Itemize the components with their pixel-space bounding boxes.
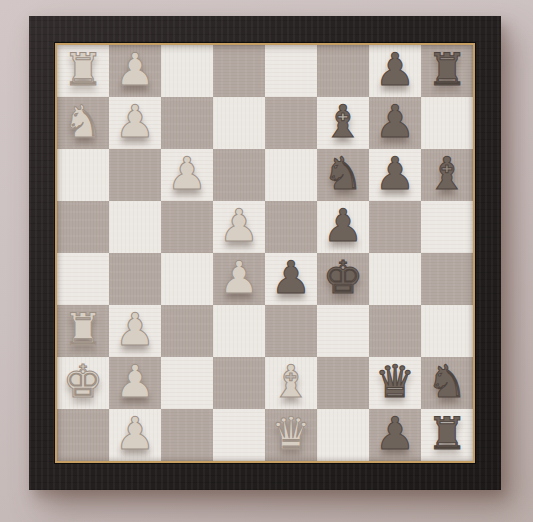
square-a3[interactable] xyxy=(161,45,213,97)
piece-white-pawn[interactable]: ♟ xyxy=(115,359,155,404)
square-a6[interactable] xyxy=(317,45,369,97)
square-b2[interactable]: ♟ xyxy=(109,97,161,149)
square-d3[interactable] xyxy=(161,201,213,253)
square-g6[interactable] xyxy=(317,357,369,409)
brass-trim: ♜♟♟♜♞♟♝♟♟♞♟♝♟♟♟♟♚♜♟♚♟♝♛♞♟♛♟♜ xyxy=(55,43,475,463)
square-g2[interactable]: ♟ xyxy=(109,357,161,409)
square-b8[interactable] xyxy=(421,97,473,149)
piece-black-pawn[interactable]: ♟ xyxy=(271,255,311,300)
square-f4[interactable] xyxy=(213,305,265,357)
piece-white-pawn[interactable]: ♟ xyxy=(167,151,207,196)
board-frame: ♜♟♟♜♞♟♝♟♟♞♟♝♟♟♟♟♚♜♟♚♟♝♛♞♟♛♟♜ xyxy=(29,16,501,490)
square-c7[interactable]: ♟ xyxy=(369,149,421,201)
square-e6[interactable]: ♚ xyxy=(317,253,369,305)
square-b4[interactable] xyxy=(213,97,265,149)
square-h5[interactable]: ♛ xyxy=(265,409,317,461)
square-e5[interactable]: ♟ xyxy=(265,253,317,305)
square-d7[interactable] xyxy=(369,201,421,253)
piece-black-pawn[interactable]: ♟ xyxy=(375,151,415,196)
square-d6[interactable]: ♟ xyxy=(317,201,369,253)
piece-black-pawn[interactable]: ♟ xyxy=(323,203,363,248)
piece-black-king[interactable]: ♚ xyxy=(323,255,363,300)
chess-board[interactable]: ♜♟♟♜♞♟♝♟♟♞♟♝♟♟♟♟♚♜♟♚♟♝♛♞♟♛♟♜ xyxy=(57,45,473,461)
square-f1[interactable]: ♜ xyxy=(57,305,109,357)
piece-black-pawn[interactable]: ♟ xyxy=(375,99,415,144)
square-h2[interactable]: ♟ xyxy=(109,409,161,461)
piece-white-pawn[interactable]: ♟ xyxy=(115,47,155,92)
piece-white-rook[interactable]: ♜ xyxy=(63,47,103,92)
square-d2[interactable] xyxy=(109,201,161,253)
square-b3[interactable] xyxy=(161,97,213,149)
square-c3[interactable]: ♟ xyxy=(161,149,213,201)
square-d4[interactable]: ♟ xyxy=(213,201,265,253)
square-a2[interactable]: ♟ xyxy=(109,45,161,97)
square-a5[interactable] xyxy=(265,45,317,97)
piece-black-pawn[interactable]: ♟ xyxy=(375,411,415,456)
square-c4[interactable] xyxy=(213,149,265,201)
square-e2[interactable] xyxy=(109,253,161,305)
square-a8[interactable]: ♜ xyxy=(421,45,473,97)
piece-white-pawn[interactable]: ♟ xyxy=(115,307,155,352)
square-d5[interactable] xyxy=(265,201,317,253)
piece-black-rook[interactable]: ♜ xyxy=(427,47,467,92)
piece-white-pawn[interactable]: ♟ xyxy=(219,255,259,300)
square-c6[interactable]: ♞ xyxy=(317,149,369,201)
square-c8[interactable]: ♝ xyxy=(421,149,473,201)
square-c5[interactable] xyxy=(265,149,317,201)
square-g1[interactable]: ♚ xyxy=(57,357,109,409)
square-b5[interactable] xyxy=(265,97,317,149)
square-b6[interactable]: ♝ xyxy=(317,97,369,149)
square-h3[interactable] xyxy=(161,409,213,461)
square-h1[interactable] xyxy=(57,409,109,461)
piece-black-bishop[interactable]: ♝ xyxy=(427,151,467,196)
square-f3[interactable] xyxy=(161,305,213,357)
piece-white-knight[interactable]: ♞ xyxy=(63,99,103,144)
square-f2[interactable]: ♟ xyxy=(109,305,161,357)
square-a1[interactable]: ♜ xyxy=(57,45,109,97)
piece-white-pawn[interactable]: ♟ xyxy=(115,411,155,456)
square-b7[interactable]: ♟ xyxy=(369,97,421,149)
square-f6[interactable] xyxy=(317,305,369,357)
square-e8[interactable] xyxy=(421,253,473,305)
square-b1[interactable]: ♞ xyxy=(57,97,109,149)
piece-white-pawn[interactable]: ♟ xyxy=(219,203,259,248)
piece-black-pawn[interactable]: ♟ xyxy=(375,47,415,92)
piece-black-rook[interactable]: ♜ xyxy=(427,411,467,456)
square-f7[interactable] xyxy=(369,305,421,357)
square-e3[interactable] xyxy=(161,253,213,305)
square-g8[interactable]: ♞ xyxy=(421,357,473,409)
square-a4[interactable] xyxy=(213,45,265,97)
square-h8[interactable]: ♜ xyxy=(421,409,473,461)
square-h4[interactable] xyxy=(213,409,265,461)
square-h7[interactable]: ♟ xyxy=(369,409,421,461)
square-h6[interactable] xyxy=(317,409,369,461)
piece-black-knight[interactable]: ♞ xyxy=(427,359,467,404)
piece-black-knight[interactable]: ♞ xyxy=(323,151,363,196)
square-g5[interactable]: ♝ xyxy=(265,357,317,409)
piece-white-queen[interactable]: ♛ xyxy=(271,411,311,456)
square-g4[interactable] xyxy=(213,357,265,409)
square-c2[interactable] xyxy=(109,149,161,201)
square-e7[interactable] xyxy=(369,253,421,305)
square-d8[interactable] xyxy=(421,201,473,253)
piece-white-pawn[interactable]: ♟ xyxy=(115,99,155,144)
square-a7[interactable]: ♟ xyxy=(369,45,421,97)
square-e4[interactable]: ♟ xyxy=(213,253,265,305)
square-f5[interactable] xyxy=(265,305,317,357)
square-e1[interactable] xyxy=(57,253,109,305)
square-g7[interactable]: ♛ xyxy=(369,357,421,409)
piece-white-rook[interactable]: ♜ xyxy=(63,307,103,352)
piece-black-bishop[interactable]: ♝ xyxy=(323,99,363,144)
square-d1[interactable] xyxy=(57,201,109,253)
square-g3[interactable] xyxy=(161,357,213,409)
scene: ♜♟♟♜♞♟♝♟♟♞♟♝♟♟♟♟♚♜♟♚♟♝♛♞♟♛♟♜ xyxy=(0,0,533,522)
piece-white-king[interactable]: ♚ xyxy=(63,359,103,404)
piece-black-queen[interactable]: ♛ xyxy=(375,359,415,404)
piece-white-bishop[interactable]: ♝ xyxy=(271,359,311,404)
square-c1[interactable] xyxy=(57,149,109,201)
square-f8[interactable] xyxy=(421,305,473,357)
